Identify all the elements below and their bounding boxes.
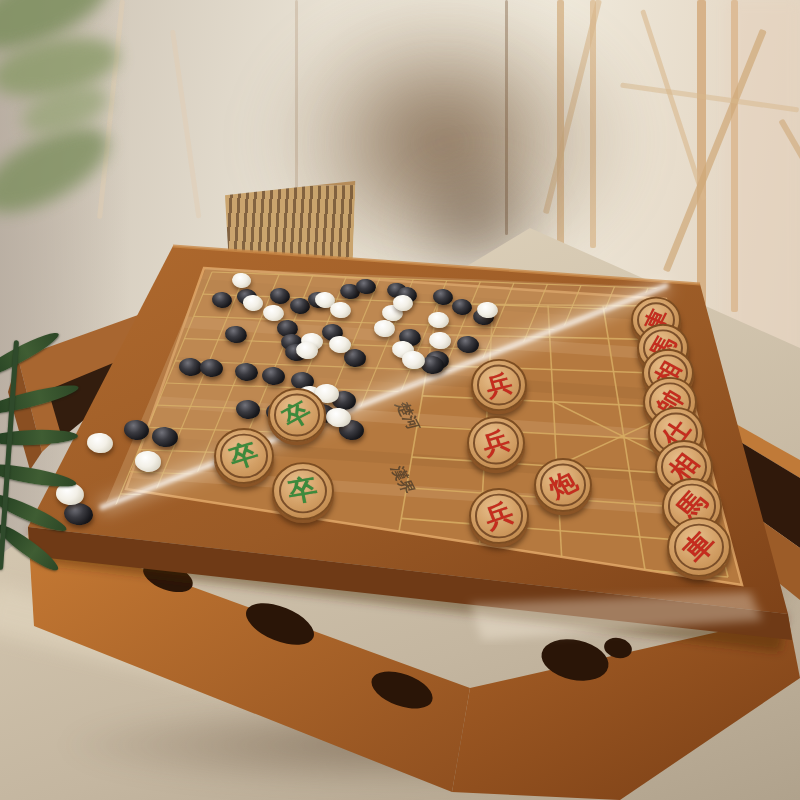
xiangqi-piece-red[interactable]: 炮 [534,458,592,512]
xiangqi-piece-red[interactable]: 車 [667,517,731,577]
xiangqi-piece-green[interactable]: 卒 [214,428,274,484]
xiangqi-piece-red[interactable]: 兵 [467,416,525,470]
piece-character: 卒 [269,460,336,522]
piece-character: 炮 [526,451,599,519]
piece-character: 兵 [467,355,531,414]
xiangqi-piece-red[interactable]: 兵 [471,359,527,411]
piece-character: 兵 [463,483,535,550]
piece-character: 卒 [260,381,334,450]
xiangqi-piece-green[interactable]: 卒 [268,388,326,442]
scene: 楚河 漢界 車馬相帥仕相馬車兵兵兵炮卒卒卒 [0,0,800,800]
xiangqi-pieces-layer: 車馬相帥仕相馬車兵兵兵炮卒卒卒 [0,0,800,800]
piece-character: 兵 [462,411,530,474]
piece-character: 卒 [209,423,280,489]
xiangqi-piece-green[interactable]: 卒 [272,462,334,520]
xiangqi-piece-red[interactable]: 兵 [469,488,529,544]
